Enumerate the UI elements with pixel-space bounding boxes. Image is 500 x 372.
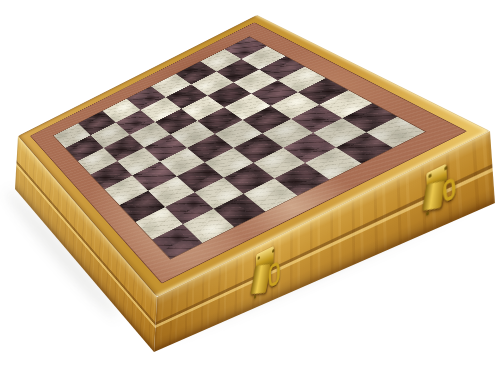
latch-screw [254,295,256,299]
latch-screw [426,211,429,216]
latch-screw [272,249,274,253]
latch-strap [422,180,445,211]
product-photo [0,0,500,372]
